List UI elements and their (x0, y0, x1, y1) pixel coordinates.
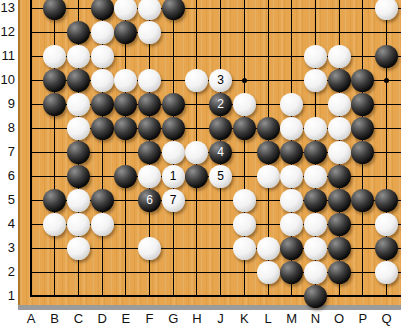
stone-white-K3[interactable] (233, 237, 256, 260)
stone-black-D9[interactable] (91, 93, 114, 116)
stone-black-N5[interactable] (304, 189, 327, 212)
col-label-O: O (330, 312, 348, 326)
move-number: 5 (217, 170, 224, 182)
stone-white-H7[interactable] (185, 141, 208, 164)
stone-black-H6[interactable] (185, 165, 208, 188)
stone-black-K8[interactable] (233, 117, 256, 140)
move-number: 7 (170, 194, 177, 206)
stone-white-C3[interactable] (67, 237, 90, 260)
stone-white-D4[interactable] (91, 213, 114, 236)
stone-black-L8[interactable] (257, 117, 280, 140)
col-label-D: D (93, 312, 111, 326)
stone-white-F6[interactable] (138, 165, 161, 188)
row-label-11: 11 (0, 49, 15, 63)
stone-white-J6[interactable]: 5 (209, 165, 232, 188)
stone-white-N3[interactable] (304, 237, 327, 260)
row-label-2: 2 (0, 265, 15, 279)
col-label-G: G (164, 312, 182, 326)
stone-black-C12[interactable] (67, 21, 90, 44)
stone-white-Q4[interactable] (375, 213, 398, 236)
stone-white-B11[interactable] (43, 45, 66, 68)
col-label-C: C (69, 312, 87, 326)
stone-white-D12[interactable] (91, 21, 114, 44)
row-label-8: 8 (0, 121, 15, 135)
stone-white-O9[interactable] (328, 93, 351, 116)
stone-white-F12[interactable] (138, 21, 161, 44)
stone-black-B10[interactable] (43, 69, 66, 92)
stone-black-N1[interactable] (304, 285, 327, 308)
stone-black-B9[interactable] (43, 93, 66, 116)
row-label-5: 5 (0, 193, 15, 207)
stone-black-O5[interactable] (328, 189, 351, 212)
stone-black-Q5[interactable] (375, 189, 398, 212)
stone-white-N2[interactable] (304, 261, 327, 284)
stone-white-N8[interactable] (304, 117, 327, 140)
star-point-Q10 (384, 78, 389, 83)
stone-white-O8[interactable] (328, 117, 351, 140)
stone-black-E12[interactable] (114, 21, 137, 44)
stone-white-M8[interactable] (280, 117, 303, 140)
stone-black-P5[interactable] (351, 189, 374, 212)
stone-white-D10[interactable] (91, 69, 114, 92)
stone-white-N6[interactable] (304, 165, 327, 188)
star-point-K10 (242, 78, 247, 83)
stone-black-P9[interactable] (351, 93, 374, 116)
col-label-B: B (46, 312, 64, 326)
row-label-1: 1 (0, 289, 15, 303)
col-label-N: N (306, 312, 324, 326)
grid-line-horizontal (30, 8, 401, 9)
stone-white-K9[interactable] (233, 93, 256, 116)
stone-black-C7[interactable] (67, 141, 90, 164)
stone-white-K5[interactable] (233, 189, 256, 212)
move-number: 3 (217, 74, 224, 86)
move-number: 2 (217, 98, 224, 110)
stone-white-K4[interactable] (233, 213, 256, 236)
row-label-3: 3 (0, 241, 15, 255)
stone-black-M7[interactable] (280, 141, 303, 164)
stone-black-E8[interactable] (114, 117, 137, 140)
stone-white-E10[interactable] (114, 69, 137, 92)
stone-black-M2[interactable] (280, 261, 303, 284)
stone-black-J8[interactable] (209, 117, 232, 140)
stone-white-D11[interactable] (91, 45, 114, 68)
stone-black-E6[interactable] (114, 165, 137, 188)
stone-white-O11[interactable] (328, 45, 351, 68)
move-number: 6 (146, 194, 153, 206)
stone-white-C11[interactable] (67, 45, 90, 68)
stone-black-C6[interactable] (67, 165, 90, 188)
stone-black-O6[interactable] (328, 165, 351, 188)
col-label-K: K (235, 312, 253, 326)
stone-white-N4[interactable] (304, 213, 327, 236)
stone-white-C8[interactable] (67, 117, 90, 140)
stone-black-O10[interactable] (328, 69, 351, 92)
stone-white-M5[interactable] (280, 189, 303, 212)
stone-black-J7[interactable]: 4 (209, 141, 232, 164)
stone-white-B4[interactable] (43, 213, 66, 236)
stone-white-L3[interactable] (257, 237, 280, 260)
col-label-F: F (141, 312, 159, 326)
stone-black-D8[interactable] (91, 117, 114, 140)
stone-black-F8[interactable] (138, 117, 161, 140)
row-label-4: 4 (0, 217, 15, 231)
col-label-J: J (212, 312, 230, 326)
stone-white-G6[interactable]: 1 (162, 165, 185, 188)
stone-black-O2[interactable] (328, 261, 351, 284)
stone-white-J10[interactable]: 3 (209, 69, 232, 92)
move-number: 1 (170, 170, 177, 182)
stone-white-G7[interactable] (162, 141, 185, 164)
col-label-Q: Q (378, 312, 396, 326)
stone-white-M6[interactable] (280, 165, 303, 188)
stone-white-F13[interactable] (138, 0, 161, 20)
stone-black-O3[interactable] (328, 237, 351, 260)
stone-black-M3[interactable] (280, 237, 303, 260)
stone-white-L2[interactable] (257, 261, 280, 284)
col-label-M: M (283, 312, 301, 326)
col-label-H: H (188, 312, 206, 326)
stone-white-C5[interactable] (67, 189, 90, 212)
stone-black-E9[interactable] (114, 93, 137, 116)
grid-line-vertical (30, 0, 32, 297)
col-label-L: L (259, 312, 277, 326)
col-label-P: P (354, 312, 372, 326)
stone-white-C9[interactable] (67, 93, 90, 116)
stone-white-N11[interactable] (304, 45, 327, 68)
stone-black-D5[interactable] (91, 189, 114, 212)
stone-black-J9[interactable]: 2 (209, 93, 232, 116)
row-label-13: 13 (0, 1, 15, 15)
stone-black-G9[interactable] (162, 93, 185, 116)
stone-black-F9[interactable] (138, 93, 161, 116)
stone-black-O4[interactable] (328, 213, 351, 236)
stone-black-B5[interactable] (43, 189, 66, 212)
stone-black-P8[interactable] (351, 117, 374, 140)
stone-white-C4[interactable] (67, 213, 90, 236)
stone-black-Q3[interactable] (375, 237, 398, 260)
stone-white-Q2[interactable] (375, 261, 398, 284)
stone-black-G13[interactable] (162, 0, 185, 20)
stone-black-F7[interactable] (138, 141, 161, 164)
grid-line-vertical (125, 0, 126, 297)
stone-white-N10[interactable] (304, 69, 327, 92)
stone-black-Q11[interactable] (375, 45, 398, 68)
stone-white-F10[interactable] (138, 69, 161, 92)
stone-black-P10[interactable] (351, 69, 374, 92)
stone-black-N7[interactable] (304, 141, 327, 164)
stone-black-C10[interactable] (67, 69, 90, 92)
col-label-A: A (22, 312, 40, 326)
grid-line-horizontal (30, 295, 401, 297)
col-label-E: E (117, 312, 135, 326)
move-number: 4 (217, 146, 224, 158)
stone-white-M9[interactable] (280, 93, 303, 116)
stone-black-P7[interactable] (351, 141, 374, 164)
stone-white-M4[interactable] (280, 213, 303, 236)
stone-white-L6[interactable] (257, 165, 280, 188)
row-label-7: 7 (0, 145, 15, 159)
stone-white-O7[interactable] (328, 141, 351, 164)
stone-black-G8[interactable] (162, 117, 185, 140)
stone-white-G5[interactable]: 7 (162, 189, 185, 212)
row-label-10: 10 (0, 73, 15, 87)
row-label-6: 6 (0, 169, 15, 183)
stone-black-L7[interactable] (257, 141, 280, 164)
board-bottom-shadow (18, 305, 401, 310)
go-diagram-screen: 3241567 13121110987654321 ABCDEFGHJKLMNO… (0, 0, 401, 332)
row-label-12: 12 (0, 25, 15, 39)
stone-white-F3[interactable] (138, 237, 161, 260)
row-label-9: 9 (0, 97, 15, 111)
stone-white-Q13[interactable] (375, 0, 398, 20)
stone-black-F5[interactable]: 6 (138, 189, 161, 212)
stone-white-H10[interactable] (185, 69, 208, 92)
stone-black-D13[interactable] (91, 0, 114, 20)
